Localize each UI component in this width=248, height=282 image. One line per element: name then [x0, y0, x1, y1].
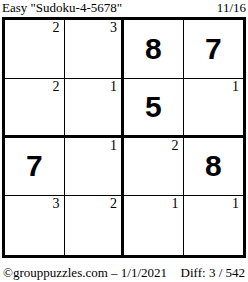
given-digit: 8 [205, 151, 222, 181]
given-digit: 7 [205, 34, 222, 64]
corner-mark: 3 [110, 20, 117, 36]
cell-r3c3[interactable]: 2 [124, 138, 184, 197]
cell-r3c2[interactable]: 1 [65, 138, 125, 197]
cell-r2c4[interactable]: 1 [184, 79, 244, 138]
cell-r2c2[interactable]: 1 [65, 79, 125, 138]
cell-r2c3[interactable]: 5 [124, 79, 184, 138]
cell-r1c1[interactable]: 2 [5, 20, 65, 79]
corner-mark: 1 [110, 138, 117, 154]
corner-mark: 2 [53, 79, 60, 95]
corner-mark: 1 [232, 79, 239, 95]
corner-mark: 3 [53, 196, 60, 212]
cell-r4c4[interactable]: 1 [184, 196, 244, 255]
corner-mark: 1 [110, 79, 117, 95]
cell-r1c3[interactable]: 8 [124, 20, 184, 79]
cell-r4c3[interactable]: 1 [124, 196, 184, 255]
given-digit: 7 [26, 151, 43, 181]
cell-r4c2[interactable]: 2 [65, 196, 125, 255]
given-digit: 5 [145, 92, 162, 122]
difficulty-text: Diff: 3 / 542 [181, 265, 245, 280]
puzzle-title: Easy "Sudoku-4-5678" [2, 0, 122, 15]
puzzle-page: Easy "Sudoku-4-5678" 11/16 2387215171283… [0, 0, 248, 282]
corner-mark: 2 [172, 138, 179, 154]
page-header: Easy "Sudoku-4-5678" 11/16 [2, 0, 246, 16]
corner-mark: 2 [110, 196, 117, 212]
cell-r1c2[interactable]: 3 [65, 20, 125, 79]
corner-mark: 2 [53, 20, 60, 36]
cell-r2c1[interactable]: 2 [5, 79, 65, 138]
corner-mark: 1 [172, 196, 179, 212]
corner-mark: 1 [232, 196, 239, 212]
cell-r1c4[interactable]: 7 [184, 20, 244, 79]
page-footer: ©grouppuzzles.com – 1/1/2021 Diff: 3 / 5… [3, 265, 245, 280]
sudoku-grid: 2387215171283211 [2, 17, 246, 258]
puzzle-counter: 11/16 [217, 0, 246, 15]
given-digit: 8 [145, 34, 162, 64]
cell-r3c4[interactable]: 8 [184, 138, 244, 197]
copyright-text: ©grouppuzzles.com – 1/1/2021 [3, 265, 167, 280]
cell-r3c1[interactable]: 7 [5, 138, 65, 197]
cell-r4c1[interactable]: 3 [5, 196, 65, 255]
